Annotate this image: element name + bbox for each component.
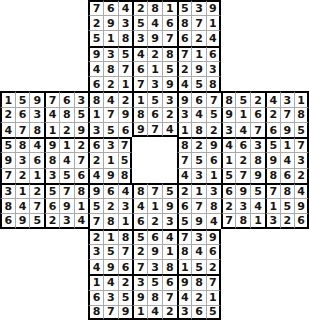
sudoku-cell[interactable]: 1	[191, 46, 206, 61]
sudoku-cell[interactable]: 3	[59, 213, 74, 228]
sudoku-cell[interactable]: 7	[44, 91, 59, 106]
sudoku-cell[interactable]: 4	[191, 244, 206, 259]
sudoku-cell[interactable]: 8	[0, 198, 15, 213]
sudoku-cell[interactable]: 6	[177, 30, 192, 45]
sudoku-cell[interactable]: 4	[206, 30, 221, 45]
sudoku-cell[interactable]: 7	[103, 107, 118, 122]
sudoku-cell[interactable]: 8	[59, 107, 74, 122]
sudoku-cell[interactable]: 5	[191, 76, 206, 91]
sudoku-cell[interactable]: 7	[206, 274, 221, 289]
sudoku-cell[interactable]: 4	[280, 152, 295, 167]
sudoku-cell[interactable]: 7	[162, 290, 177, 305]
sudoku-cell[interactable]: 2	[265, 107, 280, 122]
sudoku-cell[interactable]: 2	[132, 0, 147, 15]
sudoku-cell[interactable]: 7	[250, 122, 265, 137]
sudoku-cell[interactable]: 8	[15, 137, 30, 152]
sudoku-cell[interactable]: 8	[206, 198, 221, 213]
sudoku-cell[interactable]: 8	[177, 15, 192, 30]
sudoku-cell[interactable]: 4	[162, 229, 177, 244]
sudoku-cell[interactable]: 2	[294, 168, 309, 183]
sudoku-cell[interactable]: 5	[132, 15, 147, 30]
sudoku-cell[interactable]: 4	[162, 122, 177, 137]
sudoku-cell[interactable]: 4	[191, 107, 206, 122]
sudoku-cell[interactable]: 4	[250, 198, 265, 213]
sudoku-cell[interactable]: 3	[294, 152, 309, 167]
sudoku-cell[interactable]: 8	[118, 229, 133, 244]
sudoku-cell[interactable]: 8	[132, 183, 147, 198]
void-region	[15, 244, 30, 259]
sudoku-cell[interactable]: 8	[191, 274, 206, 289]
sudoku-cell[interactable]: 5	[132, 229, 147, 244]
sudoku-cell[interactable]: 8	[162, 46, 177, 61]
sudoku-cell[interactable]: 7	[191, 198, 206, 213]
sudoku-cell[interactable]: 1	[191, 183, 206, 198]
sudoku-cell[interactable]: 2	[118, 91, 133, 106]
sudoku-cell[interactable]: 4	[132, 46, 147, 61]
sudoku-cell[interactable]: 4	[177, 290, 192, 305]
sudoku-cell[interactable]: 8	[118, 168, 133, 183]
sudoku-cell[interactable]: 3	[103, 46, 118, 61]
sudoku-cell[interactable]: 1	[0, 91, 15, 106]
sudoku-cell[interactable]: 4	[0, 122, 15, 137]
sudoku-cell[interactable]: 3	[103, 290, 118, 305]
sudoku-cell[interactable]: 7	[147, 122, 162, 137]
sudoku-cell[interactable]: 4	[118, 0, 133, 15]
sudoku-cell[interactable]: 4	[88, 61, 103, 76]
sudoku-cell[interactable]: 1	[29, 168, 44, 183]
sudoku-cell[interactable]: 2	[191, 137, 206, 152]
sudoku-cell[interactable]: 5	[235, 91, 250, 106]
sudoku-cell[interactable]: 2	[177, 183, 192, 198]
sudoku-cell[interactable]: 5	[177, 0, 192, 15]
sudoku-cell[interactable]: 7	[147, 183, 162, 198]
sudoku-cell[interactable]: 3	[206, 61, 221, 76]
sudoku-cell[interactable]: 7	[118, 137, 133, 152]
sudoku-cell[interactable]: 8	[177, 137, 192, 152]
sudoku-cell[interactable]: 1	[206, 15, 221, 30]
sudoku-cell[interactable]: 6	[74, 168, 89, 183]
sudoku-cell[interactable]: 7	[177, 46, 192, 61]
sudoku-cell[interactable]: 2	[280, 213, 295, 228]
sudoku-cell[interactable]: 2	[88, 229, 103, 244]
sudoku-cell[interactable]: 7	[103, 305, 118, 320]
sudoku-cell[interactable]: 2	[118, 274, 133, 289]
sudoku-cell[interactable]: 4	[118, 183, 133, 198]
sudoku-cell[interactable]: 2	[88, 152, 103, 167]
sudoku-cell[interactable]: 2	[191, 30, 206, 45]
sudoku-cell[interactable]: 6	[88, 76, 103, 91]
sudoku-cell[interactable]: 4	[103, 274, 118, 289]
sudoku-cell[interactable]: 6	[103, 183, 118, 198]
sudoku-cell[interactable]: 8	[88, 305, 103, 320]
sudoku-cell[interactable]: 9	[103, 15, 118, 30]
sudoku-cell[interactable]: 9	[29, 91, 44, 106]
sudoku-cell[interactable]: 5	[162, 61, 177, 76]
sudoku-cell[interactable]: 4	[59, 152, 74, 167]
sudoku-cell[interactable]: 1	[59, 137, 74, 152]
sudoku-cell[interactable]: 2	[44, 213, 59, 228]
sudoku-cell[interactable]: 1	[118, 213, 133, 228]
sudoku-cell[interactable]: 6	[0, 213, 15, 228]
sudoku-cell[interactable]: 2	[221, 198, 236, 213]
sudoku-cell[interactable]: 5	[88, 198, 103, 213]
sudoku-cell[interactable]: 5	[280, 198, 295, 213]
sudoku-cell[interactable]: 5	[191, 259, 206, 274]
sudoku-cell[interactable]: 7	[15, 122, 30, 137]
sudoku-cell[interactable]: 4	[265, 91, 280, 106]
sudoku-cell[interactable]: 2	[15, 168, 30, 183]
sudoku-cell[interactable]: 3	[177, 107, 192, 122]
sudoku-cell[interactable]: 2	[74, 137, 89, 152]
sudoku-cell[interactable]: 8	[265, 168, 280, 183]
sudoku-cell[interactable]: 2	[103, 76, 118, 91]
void-region	[15, 76, 30, 91]
sudoku-cell[interactable]: 8	[250, 152, 265, 167]
sudoku-cell[interactable]: 8	[191, 122, 206, 137]
sudoku-cell[interactable]: 4	[147, 15, 162, 30]
sudoku-cell[interactable]: 8	[29, 122, 44, 137]
sudoku-cell[interactable]: 1	[162, 244, 177, 259]
sudoku-cell[interactable]: 6	[294, 213, 309, 228]
sudoku-cell[interactable]: 3	[265, 213, 280, 228]
sudoku-cell[interactable]: 6	[280, 168, 295, 183]
sudoku-cell[interactable]: 9	[162, 76, 177, 91]
void-region	[59, 30, 74, 45]
sudoku-cell[interactable]: 8	[103, 61, 118, 76]
sudoku-cell[interactable]: 8	[147, 290, 162, 305]
sudoku-cell[interactable]: 2	[147, 46, 162, 61]
sudoku-cell[interactable]: 7	[118, 244, 133, 259]
sudoku-cell[interactable]: 6	[177, 198, 192, 213]
sudoku-cell[interactable]: 5	[74, 107, 89, 122]
sudoku-cell[interactable]: 6	[59, 91, 74, 106]
sudoku-cell[interactable]: 5	[206, 107, 221, 122]
sudoku-cell[interactable]: 5	[162, 183, 177, 198]
void-region	[59, 259, 74, 274]
sudoku-cell[interactable]: 8	[132, 107, 147, 122]
sudoku-cell[interactable]: 8	[206, 76, 221, 91]
sudoku-cell[interactable]: 3	[0, 183, 15, 198]
sudoku-cell[interactable]: 7	[59, 183, 74, 198]
sudoku-cell[interactable]: 7	[29, 198, 44, 213]
sudoku-cell[interactable]: 9	[162, 198, 177, 213]
sudoku-cell[interactable]: 6	[118, 122, 133, 137]
sudoku-cell[interactable]: 2	[103, 198, 118, 213]
sudoku-cell[interactable]: 4	[88, 168, 103, 183]
sudoku-cell[interactable]: 7	[74, 152, 89, 167]
void-region	[59, 305, 74, 320]
sudoku-cell[interactable]: 7	[132, 259, 147, 274]
void-region	[250, 15, 265, 30]
sudoku-cell[interactable]: 3	[162, 91, 177, 106]
sudoku-cell[interactable]: 5	[118, 152, 133, 167]
sudoku-cell[interactable]: 6	[29, 152, 44, 167]
sudoku-cell[interactable]: 5	[103, 122, 118, 137]
sudoku-cell[interactable]: 9	[15, 213, 30, 228]
sudoku-cell[interactable]: 1	[88, 107, 103, 122]
sudoku-cell[interactable]: 9	[0, 152, 15, 167]
sudoku-cell[interactable]: 6	[235, 137, 250, 152]
sudoku-cell[interactable]: 9	[177, 91, 192, 106]
sudoku-cell[interactable]: 6	[88, 137, 103, 152]
sudoku-cell[interactable]: 9	[88, 183, 103, 198]
sudoku-cell[interactable]: 5	[177, 213, 192, 228]
sudoku-cell[interactable]: 9	[206, 0, 221, 15]
sudoku-cell[interactable]: 5	[88, 30, 103, 45]
sudoku-cell[interactable]: 3	[191, 0, 206, 15]
sudoku-cell[interactable]: 3	[118, 198, 133, 213]
sudoku-cell[interactable]: 3	[118, 15, 133, 30]
sudoku-cell[interactable]: 9	[44, 137, 59, 152]
sudoku-cell[interactable]: 4	[177, 76, 192, 91]
sudoku-cell[interactable]: 9	[132, 122, 147, 137]
sudoku-cell[interactable]: 8	[294, 107, 309, 122]
sudoku-cell[interactable]: 9	[118, 107, 133, 122]
sudoku-cell[interactable]: 9	[221, 107, 236, 122]
sudoku-cell[interactable]: 8	[147, 0, 162, 15]
sudoku-cell[interactable]: 3	[44, 168, 59, 183]
sudoku-cell[interactable]: 6	[162, 15, 177, 30]
sudoku-cell[interactable]: 7	[191, 15, 206, 30]
sudoku-cell[interactable]: 6	[44, 198, 59, 213]
sudoku-cell[interactable]: 1	[103, 30, 118, 45]
sudoku-cell[interactable]: 6	[206, 244, 221, 259]
sudoku-cell[interactable]: 5	[221, 168, 236, 183]
sudoku-cell[interactable]: 7	[280, 107, 295, 122]
void-region	[280, 244, 295, 259]
sudoku-cell[interactable]: 4	[74, 213, 89, 228]
sudoku-cell[interactable]: 4	[147, 305, 162, 320]
sudoku-cell[interactable]: 4	[44, 107, 59, 122]
sudoku-cell[interactable]: 1	[265, 198, 280, 213]
sudoku-cell[interactable]: 6	[147, 107, 162, 122]
sudoku-cell[interactable]: 1	[294, 91, 309, 106]
sudoku-cell[interactable]: 5	[147, 274, 162, 289]
sudoku-cell[interactable]: 3	[162, 213, 177, 228]
void-region	[235, 259, 250, 274]
sudoku-cell[interactable]: 1	[250, 213, 265, 228]
sudoku-cell[interactable]: 8	[74, 183, 89, 198]
sudoku-cell[interactable]: 4	[294, 183, 309, 198]
sudoku-cell[interactable]: 6	[15, 107, 30, 122]
sudoku-cell[interactable]: 8	[88, 91, 103, 106]
sudoku-cell[interactable]: 8	[44, 152, 59, 167]
sudoku-cell[interactable]: 5	[294, 122, 309, 137]
sudoku-cell[interactable]: 2	[162, 107, 177, 122]
sudoku-cell[interactable]: 6	[191, 305, 206, 320]
sudoku-cell[interactable]: 6	[265, 122, 280, 137]
sudoku-cell[interactable]: 3	[221, 122, 236, 137]
sudoku-cell[interactable]: 6	[103, 0, 118, 15]
sudoku-cell[interactable]: 6	[162, 274, 177, 289]
sudoku-cell[interactable]: 7	[88, 213, 103, 228]
sudoku-cell[interactable]: 3	[29, 107, 44, 122]
sudoku-cell[interactable]: 2	[132, 244, 147, 259]
sudoku-cell[interactable]: 9	[59, 198, 74, 213]
sudoku-cell[interactable]: 3	[74, 91, 89, 106]
sudoku-cell[interactable]: 1	[147, 198, 162, 213]
sudoku-cell[interactable]: 2	[206, 259, 221, 274]
sudoku-cell[interactable]: 1	[280, 137, 295, 152]
sudoku-cell[interactable]: 9	[235, 183, 250, 198]
sudoku-cell[interactable]: 9	[74, 122, 89, 137]
sudoku-cell[interactable]: 9	[103, 168, 118, 183]
sudoku-cell[interactable]: 1	[206, 168, 221, 183]
sudoku-cell[interactable]: 7	[88, 0, 103, 15]
sudoku-cell[interactable]: 3	[250, 137, 265, 152]
sudoku-cell[interactable]: 7	[162, 30, 177, 45]
sudoku-cell[interactable]: 3	[191, 229, 206, 244]
sudoku-cell[interactable]: 2	[162, 305, 177, 320]
sudoku-cell[interactable]: 9	[265, 152, 280, 167]
sudoku-cell[interactable]: 4	[29, 137, 44, 152]
sudoku-cell[interactable]: 2	[206, 122, 221, 137]
sudoku-cell[interactable]: 4	[235, 122, 250, 137]
sudoku-cell[interactable]: 2	[250, 91, 265, 106]
sudoku-cell[interactable]: 2	[0, 107, 15, 122]
sudoku-cell[interactable]: 7	[206, 91, 221, 106]
sudoku-cell[interactable]: 1	[74, 198, 89, 213]
sudoku-cell[interactable]: 5	[103, 244, 118, 259]
sudoku-cell[interactable]: 9	[147, 30, 162, 45]
sudoku-cell[interactable]: 9	[103, 259, 118, 274]
sudoku-cell[interactable]: 9	[280, 122, 295, 137]
sudoku-cell[interactable]: 1	[147, 61, 162, 76]
sudoku-cell[interactable]: 3	[191, 168, 206, 183]
sudoku-cell[interactable]: 7	[221, 213, 236, 228]
sudoku-cell[interactable]: 8	[118, 30, 133, 45]
sudoku-cell[interactable]: 5	[59, 168, 74, 183]
sudoku-cell[interactable]: 6	[132, 61, 147, 76]
sudoku-cell[interactable]: 1	[206, 290, 221, 305]
sudoku-cell[interactable]: 2	[59, 122, 74, 137]
sudoku-cell[interactable]: 6	[191, 91, 206, 106]
sudoku-cell[interactable]: 9	[206, 229, 221, 244]
sudoku-cell[interactable]: 9	[294, 198, 309, 213]
sudoku-cell[interactable]: 5	[44, 183, 59, 198]
void-region	[0, 15, 15, 30]
sudoku-cell[interactable]: 9	[132, 290, 147, 305]
sudoku-cell[interactable]: 4	[132, 198, 147, 213]
sudoku-cell[interactable]: 5	[191, 152, 206, 167]
sudoku-cell[interactable]: 2	[29, 183, 44, 198]
sudoku-cell[interactable]: 1	[103, 152, 118, 167]
sudoku-cell[interactable]: 9	[118, 305, 133, 320]
sudoku-cell[interactable]: 6	[88, 290, 103, 305]
sudoku-cell[interactable]: 1	[162, 0, 177, 15]
sudoku-cell[interactable]: 6	[118, 259, 133, 274]
sudoku-cell[interactable]: 1	[44, 122, 59, 137]
sudoku-cell[interactable]: 1	[118, 76, 133, 91]
sudoku-cell[interactable]: 8	[103, 213, 118, 228]
sudoku-cell[interactable]: 1	[177, 122, 192, 137]
sudoku-cell[interactable]: 9	[250, 168, 265, 183]
sudoku-cell[interactable]: 1	[177, 259, 192, 274]
sudoku-cell[interactable]: 7	[235, 168, 250, 183]
sudoku-cell[interactable]: 9	[88, 46, 103, 61]
sudoku-cell[interactable]: 3	[147, 76, 162, 91]
sudoku-cell[interactable]: 3	[177, 305, 192, 320]
sudoku-cell[interactable]: 4	[221, 137, 236, 152]
sudoku-cell[interactable]: 3	[147, 259, 162, 274]
sudoku-cell[interactable]: 6	[250, 107, 265, 122]
sudoku-cell[interactable]: 1	[132, 91, 147, 106]
sudoku-cell[interactable]: 4	[103, 91, 118, 106]
sudoku-cell[interactable]: 9	[191, 61, 206, 76]
sudoku-cell[interactable]: 8	[162, 259, 177, 274]
sudoku-cell[interactable]: 3	[88, 244, 103, 259]
sudoku-cell[interactable]: 7	[0, 168, 15, 183]
sudoku-cell[interactable]: 5	[147, 91, 162, 106]
sudoku-cell[interactable]: 5	[15, 91, 30, 106]
sudoku-cell[interactable]: 7	[118, 61, 133, 76]
sudoku-cell[interactable]: 8	[177, 244, 192, 259]
sudoku-cell[interactable]: 9	[147, 244, 162, 259]
sudoku-cell[interactable]: 6	[147, 229, 162, 244]
sudoku-cell[interactable]: 2	[235, 152, 250, 167]
sudoku-cell[interactable]: 4	[88, 259, 103, 274]
sudoku-cell[interactable]: 3	[132, 30, 147, 45]
sudoku-cell[interactable]: 8	[235, 213, 250, 228]
sudoku-cell[interactable]: 9	[177, 274, 192, 289]
sudoku-cell[interactable]: 1	[88, 274, 103, 289]
sudoku-cell[interactable]: 7	[177, 152, 192, 167]
sudoku-cell[interactable]: 2	[147, 213, 162, 228]
sudoku-cell[interactable]: 5	[250, 183, 265, 198]
sudoku-cell[interactable]: 9	[191, 213, 206, 228]
sudoku-cell[interactable]: 3	[235, 198, 250, 213]
sudoku-cell[interactable]: 1	[235, 107, 250, 122]
sudoku-cell[interactable]: 3	[88, 122, 103, 137]
sudoku-cell[interactable]: 3	[132, 274, 147, 289]
sudoku-cell[interactable]: 5	[118, 46, 133, 61]
sudoku-cell[interactable]: 2	[177, 61, 192, 76]
sudoku-cell[interactable]: 3	[206, 183, 221, 198]
sudoku-cell[interactable]: 1	[15, 183, 30, 198]
sudoku-cell[interactable]: 9	[206, 137, 221, 152]
sudoku-cell[interactable]: 6	[206, 46, 221, 61]
void-region	[265, 30, 280, 45]
sudoku-cell[interactable]: 5	[0, 137, 15, 152]
sudoku-cell[interactable]: 2	[191, 290, 206, 305]
sudoku-cell[interactable]: 3	[280, 91, 295, 106]
sudoku-cell[interactable]: 8	[221, 91, 236, 106]
sudoku-cell[interactable]: 1	[103, 229, 118, 244]
sudoku-cell[interactable]: 4	[15, 198, 30, 213]
sudoku-cell[interactable]: 5	[206, 305, 221, 320]
sudoku-cell[interactable]: 7	[177, 229, 192, 244]
sudoku-cell[interactable]: 3	[103, 137, 118, 152]
void-region	[44, 30, 59, 45]
sudoku-cell[interactable]: 6	[206, 152, 221, 167]
sudoku-cell[interactable]: 7	[132, 76, 147, 91]
sudoku-cell[interactable]: 4	[177, 168, 192, 183]
sudoku-cell[interactable]: 5	[118, 290, 133, 305]
sudoku-cell[interactable]: 6	[132, 213, 147, 228]
sudoku-cell[interactable]: 7	[265, 183, 280, 198]
sudoku-cell[interactable]: 7	[294, 137, 309, 152]
sudoku-cell[interactable]: 2	[88, 15, 103, 30]
sudoku-cell[interactable]: 6	[221, 183, 236, 198]
sudoku-cell[interactable]: 8	[280, 183, 295, 198]
sudoku-cell[interactable]: 3	[15, 152, 30, 167]
sudoku-cell[interactable]: 1	[221, 152, 236, 167]
sudoku-cell[interactable]: 1	[132, 305, 147, 320]
sudoku-cell[interactable]: 4	[206, 213, 221, 228]
void-region	[235, 61, 250, 76]
sudoku-cell[interactable]: 5	[29, 213, 44, 228]
sudoku-cell[interactable]: 5	[265, 137, 280, 152]
